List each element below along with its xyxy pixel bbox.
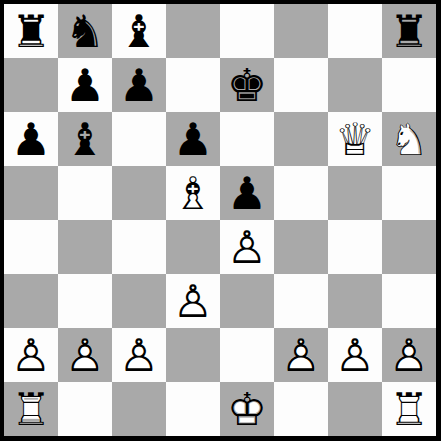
- square-a3[interactable]: [4, 274, 58, 328]
- square-d4[interactable]: [166, 220, 220, 274]
- square-c6[interactable]: [112, 112, 166, 166]
- square-f5[interactable]: [274, 166, 328, 220]
- square-e7[interactable]: ♚: [220, 58, 274, 112]
- chess-board: ♜♞♝♜♟♟♚♟♝♟♛♕♞♘♝♗♟♟♙♟♙♟♙♟♙♟♙♟♙♟♙♟♙♜♖♚♔♜♖: [0, 0, 441, 441]
- square-e8[interactable]: [220, 4, 274, 58]
- square-b7[interactable]: ♟: [58, 58, 112, 112]
- square-e6[interactable]: [220, 112, 274, 166]
- square-f3[interactable]: [274, 274, 328, 328]
- square-e3[interactable]: [220, 274, 274, 328]
- square-g7[interactable]: [328, 58, 382, 112]
- square-b3[interactable]: [58, 274, 112, 328]
- square-d6[interactable]: ♟: [166, 112, 220, 166]
- square-h4[interactable]: [382, 220, 436, 274]
- white-bishop-piece: ♝♗: [166, 166, 220, 220]
- square-f1[interactable]: [274, 382, 328, 436]
- white-pawn-piece: ♟♙: [166, 274, 220, 328]
- square-g2[interactable]: ♟♙: [328, 328, 382, 382]
- square-g3[interactable]: [328, 274, 382, 328]
- white-rook-piece: ♜♖: [4, 382, 58, 436]
- square-c4[interactable]: [112, 220, 166, 274]
- square-c7[interactable]: ♟: [112, 58, 166, 112]
- square-h8[interactable]: ♜: [382, 4, 436, 58]
- square-e1[interactable]: ♚♔: [220, 382, 274, 436]
- black-pawn-piece: ♟: [166, 112, 220, 166]
- square-c2[interactable]: ♟♙: [112, 328, 166, 382]
- square-f8[interactable]: [274, 4, 328, 58]
- square-h1[interactable]: ♜♖: [382, 382, 436, 436]
- white-pawn-piece: ♟♙: [220, 220, 274, 274]
- square-a2[interactable]: ♟♙: [4, 328, 58, 382]
- piece-outline: ♔: [220, 382, 274, 436]
- square-h6[interactable]: ♞♘: [382, 112, 436, 166]
- black-pawn-piece: ♟: [4, 112, 58, 166]
- square-c8[interactable]: ♝: [112, 4, 166, 58]
- square-d7[interactable]: [166, 58, 220, 112]
- piece-outline: ♙: [220, 220, 274, 274]
- square-f4[interactable]: [274, 220, 328, 274]
- black-rook-piece: ♜: [4, 4, 58, 58]
- square-g4[interactable]: [328, 220, 382, 274]
- square-d1[interactable]: [166, 382, 220, 436]
- square-a1[interactable]: ♜♖: [4, 382, 58, 436]
- square-a8[interactable]: ♜: [4, 4, 58, 58]
- square-a6[interactable]: ♟: [4, 112, 58, 166]
- white-pawn-piece: ♟♙: [274, 328, 328, 382]
- square-b6[interactable]: ♝: [58, 112, 112, 166]
- white-pawn-piece: ♟♙: [112, 328, 166, 382]
- square-f7[interactable]: [274, 58, 328, 112]
- piece-outline: ♘: [382, 112, 436, 166]
- white-rook-piece: ♜♖: [382, 382, 436, 436]
- piece-outline: ♙: [4, 328, 58, 382]
- square-d8[interactable]: [166, 4, 220, 58]
- white-queen-piece: ♛♕: [328, 112, 382, 166]
- piece-outline: ♙: [112, 328, 166, 382]
- square-g5[interactable]: [328, 166, 382, 220]
- piece-outline: ♙: [382, 328, 436, 382]
- black-bishop-piece: ♝: [112, 4, 166, 58]
- white-king-piece: ♚♔: [220, 382, 274, 436]
- square-b1[interactable]: [58, 382, 112, 436]
- square-g1[interactable]: [328, 382, 382, 436]
- black-pawn-piece: ♟: [220, 166, 274, 220]
- piece-outline: ♙: [166, 274, 220, 328]
- piece-outline: ♙: [328, 328, 382, 382]
- square-h7[interactable]: [382, 58, 436, 112]
- square-c3[interactable]: [112, 274, 166, 328]
- square-h5[interactable]: [382, 166, 436, 220]
- square-h2[interactable]: ♟♙: [382, 328, 436, 382]
- square-b8[interactable]: ♞: [58, 4, 112, 58]
- square-g8[interactable]: [328, 4, 382, 58]
- board-grid: ♜♞♝♜♟♟♚♟♝♟♛♕♞♘♝♗♟♟♙♟♙♟♙♟♙♟♙♟♙♟♙♟♙♜♖♚♔♜♖: [4, 4, 436, 436]
- black-bishop-piece: ♝: [58, 112, 112, 166]
- square-d2[interactable]: [166, 328, 220, 382]
- square-b2[interactable]: ♟♙: [58, 328, 112, 382]
- square-d5[interactable]: ♝♗: [166, 166, 220, 220]
- square-b4[interactable]: [58, 220, 112, 274]
- white-pawn-piece: ♟♙: [58, 328, 112, 382]
- square-g6[interactable]: ♛♕: [328, 112, 382, 166]
- square-d3[interactable]: ♟♙: [166, 274, 220, 328]
- square-e2[interactable]: [220, 328, 274, 382]
- square-a4[interactable]: [4, 220, 58, 274]
- white-pawn-piece: ♟♙: [328, 328, 382, 382]
- piece-outline: ♕: [328, 112, 382, 166]
- piece-outline: ♗: [166, 166, 220, 220]
- piece-outline: ♙: [58, 328, 112, 382]
- square-c1[interactable]: [112, 382, 166, 436]
- square-f2[interactable]: ♟♙: [274, 328, 328, 382]
- square-a7[interactable]: [4, 58, 58, 112]
- square-c5[interactable]: [112, 166, 166, 220]
- square-e4[interactable]: ♟♙: [220, 220, 274, 274]
- square-b5[interactable]: [58, 166, 112, 220]
- white-pawn-piece: ♟♙: [4, 328, 58, 382]
- square-f6[interactable]: [274, 112, 328, 166]
- black-knight-piece: ♞: [58, 4, 112, 58]
- square-e5[interactable]: ♟: [220, 166, 274, 220]
- black-rook-piece: ♜: [382, 4, 436, 58]
- piece-outline: ♖: [382, 382, 436, 436]
- white-pawn-piece: ♟♙: [382, 328, 436, 382]
- white-knight-piece: ♞♘: [382, 112, 436, 166]
- square-a5[interactable]: [4, 166, 58, 220]
- piece-outline: ♙: [274, 328, 328, 382]
- piece-outline: ♖: [4, 382, 58, 436]
- black-pawn-piece: ♟: [112, 58, 166, 112]
- black-king-piece: ♚: [220, 58, 274, 112]
- black-pawn-piece: ♟: [58, 58, 112, 112]
- square-h3[interactable]: [382, 274, 436, 328]
